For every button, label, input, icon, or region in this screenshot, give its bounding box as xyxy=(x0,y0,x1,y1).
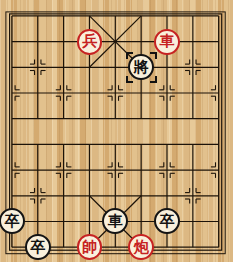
black-soldier-piece[interactable]: 卒 xyxy=(25,234,51,260)
intersection-7-3[interactable] xyxy=(180,80,206,106)
intersection-7-7[interactable] xyxy=(180,183,206,209)
intersection-6-3[interactable] xyxy=(154,80,180,106)
intersection-0-1[interactable] xyxy=(0,29,25,55)
red-cannon-piece[interactable]: 炮 xyxy=(128,234,154,260)
intersection-1-5[interactable] xyxy=(25,131,51,157)
intersection-4-9[interactable] xyxy=(102,234,128,260)
intersection-2-6[interactable] xyxy=(51,157,77,183)
intersection-5-9[interactable]: 炮 xyxy=(128,234,154,260)
intersection-3-2[interactable] xyxy=(77,54,103,80)
intersection-7-1[interactable] xyxy=(180,29,206,55)
intersection-8-0[interactable] xyxy=(206,3,232,29)
intersection-0-3[interactable] xyxy=(0,80,25,106)
intersection-7-5[interactable] xyxy=(180,131,206,157)
intersection-0-5[interactable] xyxy=(0,131,25,157)
intersection-3-4[interactable] xyxy=(77,106,103,132)
intersection-6-4[interactable] xyxy=(154,106,180,132)
intersection-2-5[interactable] xyxy=(51,131,77,157)
intersection-5-6[interactable] xyxy=(128,157,154,183)
intersection-1-7[interactable] xyxy=(25,183,51,209)
intersection-5-1[interactable] xyxy=(128,29,154,55)
intersection-4-5[interactable] xyxy=(102,131,128,157)
intersection-0-8[interactable]: 卒 xyxy=(0,209,25,235)
intersection-2-1[interactable] xyxy=(51,29,77,55)
intersection-6-9[interactable] xyxy=(154,234,180,260)
intersection-6-1[interactable]: 車 xyxy=(154,29,180,55)
intersection-grid: 兵車將卒車卒卒帥炮 xyxy=(0,3,232,260)
intersection-1-3[interactable] xyxy=(25,80,51,106)
intersection-4-7[interactable] xyxy=(102,183,128,209)
intersection-2-0[interactable] xyxy=(51,3,77,29)
intersection-2-3[interactable] xyxy=(51,80,77,106)
intersection-8-8[interactable] xyxy=(206,209,232,235)
intersection-1-4[interactable] xyxy=(25,106,51,132)
intersection-4-8[interactable]: 車 xyxy=(102,209,128,235)
intersection-5-4[interactable] xyxy=(128,106,154,132)
intersection-6-8[interactable]: 卒 xyxy=(154,209,180,235)
intersection-8-5[interactable] xyxy=(206,131,232,157)
intersection-4-6[interactable] xyxy=(102,157,128,183)
red-soldier-piece[interactable]: 兵 xyxy=(77,29,103,55)
intersection-5-0[interactable] xyxy=(128,3,154,29)
intersection-3-6[interactable] xyxy=(77,157,103,183)
intersection-5-3[interactable] xyxy=(128,80,154,106)
intersection-5-8[interactable] xyxy=(128,209,154,235)
intersection-8-9[interactable] xyxy=(206,234,232,260)
intersection-5-5[interactable] xyxy=(128,131,154,157)
intersection-6-0[interactable] xyxy=(154,3,180,29)
intersection-7-0[interactable] xyxy=(180,3,206,29)
intersection-4-1[interactable] xyxy=(102,29,128,55)
xiangqi-board: 兵車將卒車卒卒帥炮 xyxy=(0,0,233,262)
intersection-4-4[interactable] xyxy=(102,106,128,132)
intersection-1-6[interactable] xyxy=(25,157,51,183)
intersection-5-2[interactable]: 將 xyxy=(128,54,154,80)
intersection-6-6[interactable] xyxy=(154,157,180,183)
intersection-3-5[interactable] xyxy=(77,131,103,157)
black-chariot-piece[interactable]: 車 xyxy=(102,208,128,234)
intersection-6-5[interactable] xyxy=(154,131,180,157)
intersection-4-0[interactable] xyxy=(102,3,128,29)
intersection-8-2[interactable] xyxy=(206,54,232,80)
intersection-0-9[interactable] xyxy=(0,234,25,260)
intersection-1-9[interactable]: 卒 xyxy=(25,234,51,260)
intersection-8-7[interactable] xyxy=(206,183,232,209)
intersection-8-3[interactable] xyxy=(206,80,232,106)
intersection-7-9[interactable] xyxy=(180,234,206,260)
intersection-8-6[interactable] xyxy=(206,157,232,183)
intersection-8-1[interactable] xyxy=(206,29,232,55)
intersection-0-0[interactable] xyxy=(0,3,25,29)
intersection-3-1[interactable]: 兵 xyxy=(77,29,103,55)
black-soldier-piece[interactable]: 卒 xyxy=(0,208,25,234)
intersection-6-2[interactable] xyxy=(154,54,180,80)
red-general-piece[interactable]: 帥 xyxy=(77,234,103,260)
intersection-2-9[interactable] xyxy=(51,234,77,260)
intersection-4-2[interactable] xyxy=(102,54,128,80)
intersection-7-4[interactable] xyxy=(180,106,206,132)
intersection-2-2[interactable] xyxy=(51,54,77,80)
red-chariot-piece[interactable]: 車 xyxy=(154,29,180,55)
intersection-2-8[interactable] xyxy=(51,209,77,235)
intersection-3-0[interactable] xyxy=(77,3,103,29)
black-soldier-piece[interactable]: 卒 xyxy=(154,208,180,234)
intersection-2-7[interactable] xyxy=(51,183,77,209)
intersection-1-8[interactable] xyxy=(25,209,51,235)
intersection-6-7[interactable] xyxy=(154,183,180,209)
intersection-3-9[interactable]: 帥 xyxy=(77,234,103,260)
intersection-0-7[interactable] xyxy=(0,183,25,209)
intersection-3-7[interactable] xyxy=(77,183,103,209)
intersection-1-0[interactable] xyxy=(25,3,51,29)
intersection-0-6[interactable] xyxy=(0,157,25,183)
intersection-0-2[interactable] xyxy=(0,54,25,80)
intersection-7-2[interactable] xyxy=(180,54,206,80)
intersection-1-2[interactable] xyxy=(25,54,51,80)
intersection-0-4[interactable] xyxy=(0,106,25,132)
intersection-3-8[interactable] xyxy=(77,209,103,235)
intersection-3-3[interactable] xyxy=(77,80,103,106)
intersection-8-4[interactable] xyxy=(206,106,232,132)
intersection-4-3[interactable] xyxy=(102,80,128,106)
intersection-1-1[interactable] xyxy=(25,29,51,55)
intersection-5-7[interactable] xyxy=(128,183,154,209)
intersection-2-4[interactable] xyxy=(51,106,77,132)
intersection-7-6[interactable] xyxy=(180,157,206,183)
intersection-7-8[interactable] xyxy=(180,209,206,235)
